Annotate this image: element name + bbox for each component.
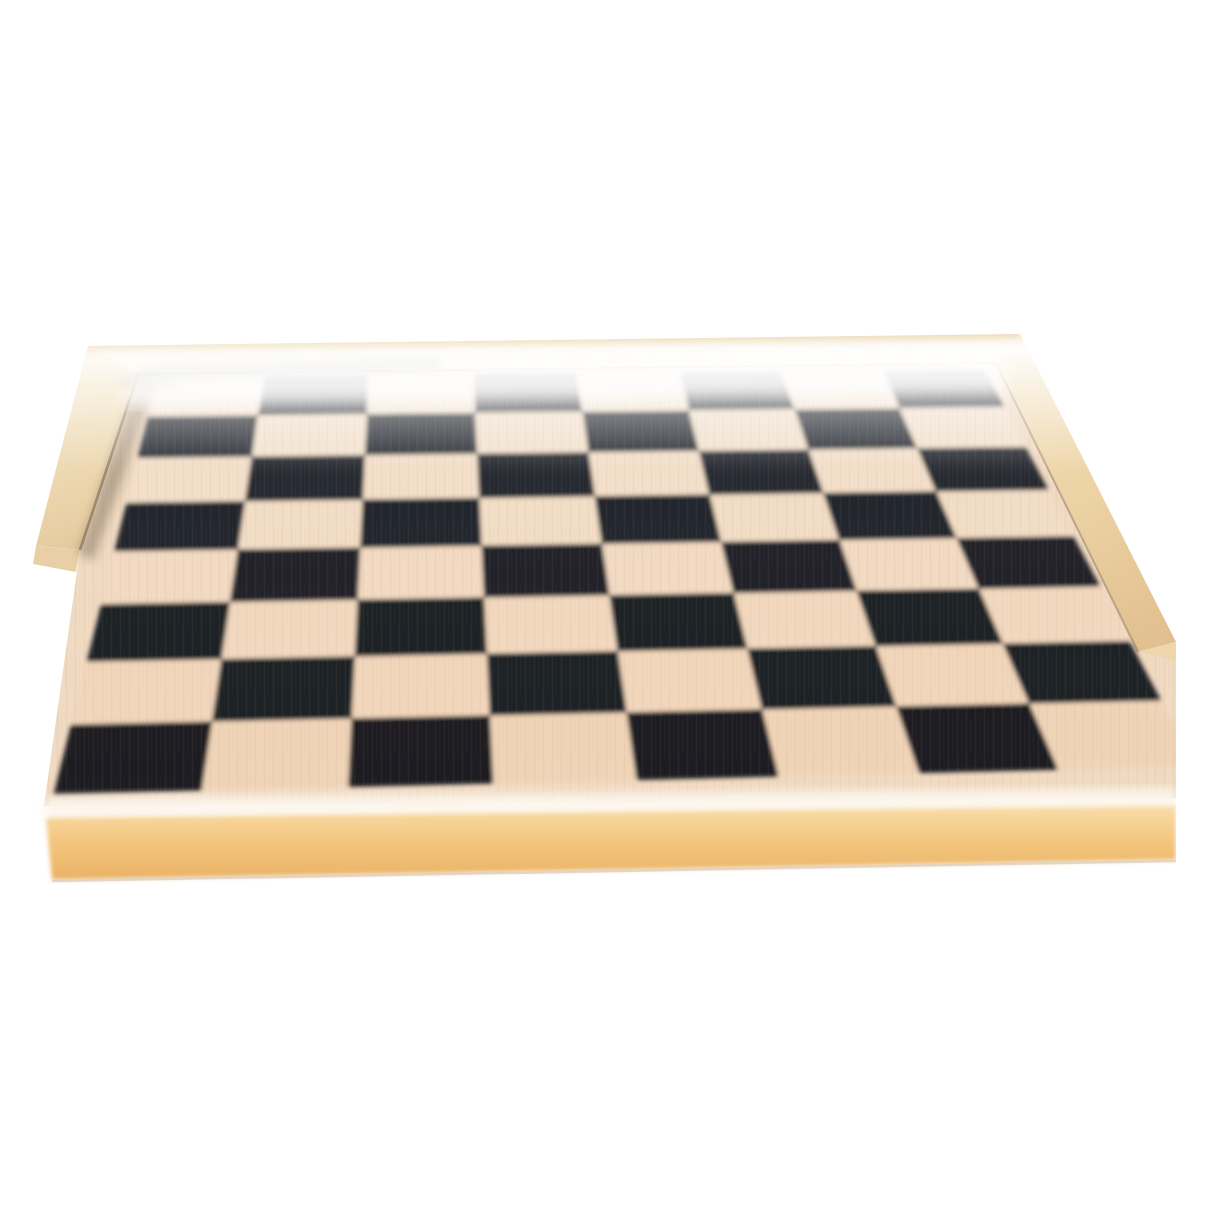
- chessboard-photo-svg: [0, 0, 1214, 1214]
- chessboard: [0, 0, 1214, 1214]
- product-photo: [0, 0, 1214, 1214]
